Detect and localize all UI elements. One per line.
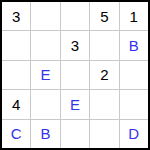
cell-r4c2[interactable] [31,90,59,118]
cell-r2c5[interactable]: B [120,31,148,59]
cell-r5c3[interactable] [61,120,89,148]
cell-r3c1[interactable] [2,61,30,89]
cell-r2c2[interactable] [31,31,59,59]
cell-r3c2[interactable]: E [31,61,59,89]
cell-r5c2[interactable]: B [31,120,59,148]
cell-r3c4[interactable]: 2 [90,61,118,89]
cell-r4c3[interactable]: E [61,90,89,118]
cell-r1c3[interactable] [61,2,89,30]
cell-r4c4[interactable] [90,90,118,118]
cell-r2c1[interactable] [2,31,30,59]
cell-r2c4[interactable] [90,31,118,59]
cell-r1c5[interactable]: 1 [120,2,148,30]
cell-r1c1[interactable]: 3 [2,2,30,30]
cell-r3c3[interactable] [61,61,89,89]
cell-r2c3[interactable]: 3 [61,31,89,59]
cell-r5c1[interactable]: C [2,120,30,148]
cell-r4c5[interactable] [120,90,148,118]
cell-r5c4[interactable] [90,120,118,148]
puzzle-board: 3 5 1 3 B E 2 4 E C B D [0,0,150,150]
cell-r1c2[interactable] [31,2,59,30]
cell-r1c4[interactable]: 5 [90,2,118,30]
cell-r5c5[interactable]: D [120,120,148,148]
cell-r3c5[interactable] [120,61,148,89]
cell-r4c1[interactable]: 4 [2,90,30,118]
